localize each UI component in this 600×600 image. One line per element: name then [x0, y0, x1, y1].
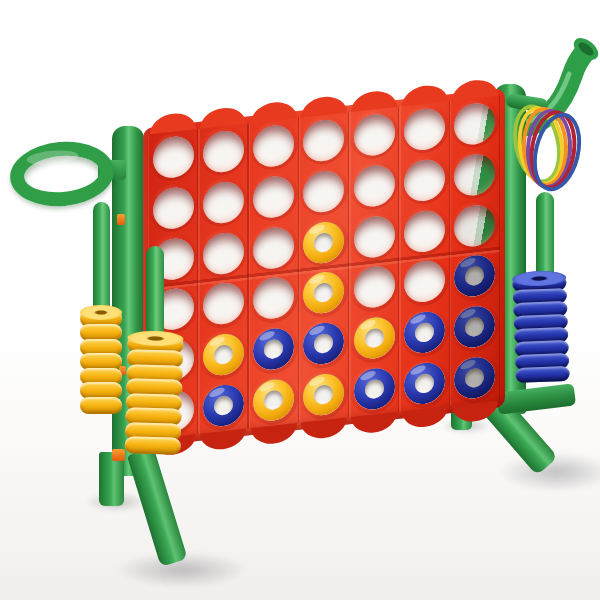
board-cell-r6c6[interactable] [399, 355, 449, 411]
empty-hole [253, 276, 294, 322]
hole-cup [250, 170, 298, 223]
board-cell-r6c4[interactable] [299, 366, 349, 422]
board-cell-r2c3[interactable] [249, 169, 299, 225]
board-cell-r2c6[interactable] [399, 152, 449, 208]
disc-center-hole [214, 395, 233, 416]
empty-hole [404, 157, 445, 203]
stack-left-front [124, 337, 183, 454]
board-cell-r4c7[interactable] [450, 248, 500, 304]
empty-hole [303, 168, 344, 214]
board-cell-r3c6[interactable] [399, 203, 449, 259]
hole-cup [350, 210, 398, 263]
yellow-disc [354, 315, 395, 361]
hole-cup [401, 357, 449, 410]
disc-center-hole [365, 378, 384, 399]
disc-center-hole [214, 344, 233, 365]
hole-cup [451, 300, 499, 353]
board-cell-r2c5[interactable] [349, 158, 399, 214]
stack-right [512, 277, 570, 383]
board-cell-r5c5[interactable] [349, 310, 399, 366]
yellow-disc-ring [303, 219, 344, 265]
blue-disc-ring [404, 361, 445, 407]
yellow-disc [303, 219, 344, 265]
board-cell-r3c5[interactable] [349, 208, 399, 264]
disc-center-hole [314, 384, 333, 405]
hole-cup [199, 379, 247, 432]
board-cell-r1c4[interactable] [299, 112, 349, 168]
disc-center-hole [314, 232, 333, 253]
empty-hole [203, 230, 244, 276]
yellow-disc-ring [354, 315, 395, 361]
board-cell-r3c7[interactable] [450, 197, 500, 253]
empty-hole [153, 134, 194, 180]
board-cell-r3c4[interactable] [299, 214, 349, 270]
board-scallop [251, 423, 297, 446]
blue-disc [203, 383, 244, 429]
board-cell-r4c4[interactable] [299, 265, 349, 321]
hole-cup [451, 97, 499, 150]
empty-hole [203, 180, 244, 226]
blue-disc [454, 355, 495, 401]
board-cell-r1c5[interactable] [349, 107, 399, 163]
blue-disc [404, 361, 445, 407]
disc-center-hole [465, 266, 484, 287]
disc-center-hole [264, 390, 283, 411]
blue-disc-ring [454, 355, 495, 401]
disc-center-hole [465, 367, 484, 388]
board-cell-r2c2[interactable] [198, 174, 248, 230]
empty-hole [203, 129, 244, 175]
empty-hole [354, 112, 395, 158]
hole-cup [250, 272, 298, 325]
hole-cup [199, 227, 247, 280]
board-cell-r5c7[interactable] [450, 299, 500, 355]
board-cell-r1c2[interactable] [198, 123, 248, 179]
empty-hole [203, 281, 244, 327]
hole-cup [350, 312, 398, 365]
board-cell-r6c5[interactable] [349, 361, 399, 417]
yellow-disc-ring [203, 332, 244, 378]
stack-left-back [80, 312, 122, 414]
blue-disc-ring [354, 366, 395, 412]
blue-disc [454, 304, 495, 350]
hole-cup [300, 114, 348, 167]
empty-hole [454, 203, 495, 249]
blue-disc-ring [404, 310, 445, 356]
hole-cup [300, 215, 348, 268]
yellow-disc-ring [303, 270, 344, 316]
hole-cup [350, 362, 398, 415]
hole-cup [451, 351, 499, 404]
blue-disc-ring [303, 321, 344, 367]
hole-cup [451, 250, 499, 303]
hole-cup [199, 328, 247, 381]
board-scallop [351, 412, 397, 435]
empty-hole [404, 259, 445, 305]
yellow-disc [203, 332, 244, 378]
blue-disc [354, 366, 395, 412]
board-cell-r1c1[interactable] [148, 129, 198, 185]
board-cell-r5c4[interactable] [299, 316, 349, 372]
hole-cup [350, 108, 398, 161]
hole-cup [401, 306, 449, 359]
hole-cup [149, 130, 197, 183]
board-cell-r5c3[interactable] [249, 321, 299, 377]
yellow-disc [303, 372, 344, 418]
hole-cup [250, 323, 298, 376]
disc-center-hole [465, 317, 484, 338]
hole-cup [250, 119, 298, 172]
product-photo-scene [0, 0, 600, 600]
empty-hole [303, 118, 344, 164]
empty-hole [454, 152, 495, 198]
board-cell-r5c2[interactable] [198, 327, 248, 383]
hanging-rings [514, 104, 584, 194]
empty-hole [253, 225, 294, 271]
blue-disc-ring [203, 383, 244, 429]
hole-cup [300, 368, 348, 421]
blue-toss-ring [515, 366, 570, 383]
yellow-toss-ring [80, 397, 122, 414]
orange-clip-bottom [112, 449, 125, 461]
yellow-disc-ring [303, 372, 344, 418]
board-cell-r1c3[interactable] [249, 118, 299, 174]
board-scallop [200, 429, 246, 452]
hole-cup [401, 103, 449, 156]
hole-cup [199, 176, 247, 229]
empty-hole [354, 214, 395, 260]
disc-center-hole [264, 339, 283, 360]
board-cell-r5c6[interactable] [399, 304, 449, 360]
empty-hole [354, 163, 395, 209]
blue-disc-ring [454, 304, 495, 350]
disc-center-hole [415, 322, 434, 343]
empty-hole [404, 208, 445, 254]
empty-hole [354, 265, 395, 311]
hole-cup [250, 221, 298, 274]
board-cell-r4c2[interactable] [198, 276, 248, 332]
board-cell-r3c3[interactable] [249, 219, 299, 275]
disc-center-hole [314, 333, 333, 354]
empty-hole [253, 123, 294, 169]
hole-cup [300, 266, 348, 319]
hole-cup [350, 261, 398, 314]
yellow-disc [253, 377, 294, 423]
board-cell-r3c2[interactable] [198, 225, 248, 281]
hole-cup [401, 204, 449, 257]
blue-disc-ring [253, 327, 294, 373]
hole-cup [250, 373, 298, 426]
hole-cup [199, 277, 247, 330]
board-cell-r1c7[interactable] [450, 96, 500, 152]
board-grid [148, 96, 500, 440]
disc-center-hole [365, 328, 384, 349]
blue-disc [454, 254, 495, 300]
basketball-hoop-icon [7, 138, 116, 211]
hole-cup [149, 181, 197, 234]
yellow-disc-ring [253, 377, 294, 423]
board-cell-r2c1[interactable] [148, 180, 198, 236]
connect-four-board [143, 88, 505, 447]
board-cell-r4c6[interactable] [399, 254, 449, 310]
hole-cup [300, 165, 348, 218]
empty-hole [253, 174, 294, 220]
board-scallop [301, 417, 347, 440]
yellow-disc [303, 270, 344, 316]
disc-center-hole [415, 373, 434, 394]
board-cell-r1c6[interactable] [399, 101, 449, 157]
empty-hole [404, 107, 445, 153]
hole-cup [350, 159, 398, 212]
hole-cup [300, 317, 348, 370]
disc-center-hole [314, 282, 333, 303]
blue-disc [303, 321, 344, 367]
yellow-toss-ring [124, 436, 180, 454]
board-cell-r2c7[interactable] [450, 146, 500, 202]
blue-disc [253, 327, 294, 373]
hole-cup [401, 153, 449, 206]
empty-hole [153, 185, 194, 231]
board-cell-r6c7[interactable] [450, 350, 500, 406]
blue-disc [404, 310, 445, 356]
hole-cup [451, 148, 499, 201]
orange-clip-top [117, 214, 125, 225]
board-cell-r4c5[interactable] [349, 259, 399, 315]
hole-cup [451, 199, 499, 252]
board-cell-r6c3[interactable] [249, 372, 299, 428]
hole-cup [401, 255, 449, 308]
board-cell-r2c4[interactable] [299, 163, 349, 219]
board-cell-r6c2[interactable] [198, 378, 248, 434]
hole-cup [199, 125, 247, 178]
empty-hole [454, 101, 495, 147]
blue-disc-ring [454, 254, 495, 300]
board-cell-r4c3[interactable] [249, 270, 299, 326]
